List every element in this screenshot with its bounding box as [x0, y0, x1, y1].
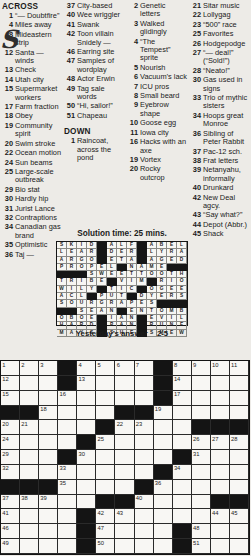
cell-number: 7 [136, 362, 139, 368]
grid-cell[interactable] [154, 509, 173, 524]
grid-cell[interactable] [211, 450, 230, 465]
grid-cell[interactable] [115, 376, 134, 391]
grid-cell[interactable] [173, 406, 192, 421]
clue-text: Hodge­podge [203, 39, 245, 48]
solution-cell: L [107, 264, 117, 271]
clue-text: Super­market workers [15, 84, 57, 101]
grid-cell[interactable]: 12 [1, 376, 20, 391]
clue-number: 36 [190, 130, 201, 138]
solution-black-cell [97, 315, 107, 322]
solution-cell: L [177, 315, 187, 322]
grid-cell[interactable] [173, 495, 192, 510]
black-cell [211, 495, 230, 510]
grid-cell[interactable] [230, 539, 249, 554]
grid-cell[interactable] [58, 539, 77, 554]
grid-cell[interactable]: 29 [1, 450, 20, 465]
cell-number: 42 [98, 510, 104, 516]
grid-cell[interactable]: 5 [96, 361, 115, 376]
grid-cell[interactable] [173, 435, 192, 450]
solution-cell: M [57, 330, 67, 337]
grid-cell[interactable] [192, 495, 211, 510]
solution-cell: G [77, 257, 87, 264]
black-cell [135, 480, 154, 495]
grid-cell[interactable] [39, 435, 58, 450]
black-cell [1, 406, 20, 421]
clue-text: “— deal!” (“Sold!”) [203, 48, 233, 65]
solution-cell: N [137, 308, 147, 315]
grid-cell[interactable]: 50 [96, 539, 115, 554]
clue-number: 33 [190, 94, 201, 102]
grid-cell[interactable]: 27 [211, 435, 230, 450]
clue-number: 26 [190, 40, 201, 48]
clue-number: 18 [2, 112, 13, 120]
clue-number: 30 [2, 195, 13, 203]
black-cell [173, 539, 192, 554]
clue-text: Pac-12 sch. [203, 147, 242, 156]
cell-number: 38 [21, 495, 27, 501]
grid-cell[interactable]: 7 [135, 361, 154, 376]
clue-text: Vacuum’s lack [140, 72, 187, 81]
black-cell [96, 495, 115, 510]
grid-cell[interactable] [96, 480, 115, 495]
clue-down-19: 19Vortex [127, 156, 187, 164]
solution-cell: D [87, 242, 97, 249]
cell-number: 49 [2, 540, 8, 546]
grid-cell[interactable]: 28 [230, 435, 249, 450]
grid-cell[interactable]: 6 [115, 361, 134, 376]
grid-cell[interactable]: 48 [192, 524, 211, 539]
clue-text: Hacks with an axe [140, 137, 186, 154]
grid-cell[interactable]: 4 [77, 361, 96, 376]
cell-number: 2 [21, 362, 24, 368]
solution-cell: S [147, 330, 157, 337]
clue-down-43: 43“Say what?” [190, 211, 250, 219]
grid-cell[interactable] [135, 450, 154, 465]
grid-cell[interactable] [96, 465, 115, 480]
grid-cell[interactable]: 42 [96, 509, 115, 524]
grid-cell[interactable] [230, 480, 249, 495]
solution-cell: A [137, 264, 147, 271]
clue-across-48: 48Actor Erwin [64, 75, 124, 83]
grid-cell[interactable] [77, 480, 96, 495]
black-cell [1, 480, 20, 495]
handwritten-mark: S [0, 27, 18, 52]
solution-black-cell [167, 300, 177, 307]
grid-cell[interactable] [77, 420, 96, 435]
solution-cell: E [157, 293, 167, 300]
clue-number: 42 [64, 30, 75, 38]
grid-cell[interactable] [173, 480, 192, 495]
grid-cell[interactable]: 39 [39, 495, 58, 510]
grid-cell[interactable] [211, 465, 230, 480]
clue-down-45: 45Shack [190, 230, 250, 238]
cell-number: 30 [78, 451, 84, 457]
grid-cell[interactable] [115, 539, 134, 554]
solution-cell: O [147, 271, 157, 278]
solution-cell: R [67, 278, 77, 285]
solution-cell: A [147, 257, 157, 264]
clue-down-39: 39Netan­yahu, informally [190, 166, 250, 183]
grid-cell[interactable]: 47 [96, 524, 115, 539]
clue-number: 20 [2, 140, 13, 148]
clue-across-30: 30Hardly hip [2, 195, 61, 203]
solution-cell: T [117, 257, 127, 264]
grid-cell[interactable]: 51 [192, 539, 211, 554]
grid-cell[interactable] [20, 391, 39, 406]
grid-cell[interactable] [20, 524, 39, 539]
grid-cell[interactable] [20, 435, 39, 450]
cell-number: 50 [98, 540, 104, 546]
grid-cell[interactable] [115, 435, 134, 450]
grid-cell[interactable]: 23 [135, 420, 154, 435]
solution-cell: O [157, 308, 167, 315]
clue-text: Goose egg [140, 118, 176, 127]
solution-cell: A [57, 257, 67, 264]
clue-number: 25 [2, 168, 13, 176]
grid-cell[interactable] [39, 376, 58, 391]
clue-text: Check [15, 65, 36, 74]
grid-cell[interactable]: 36 [154, 480, 173, 495]
cell-number: 9 [193, 362, 196, 368]
grid-cell[interactable] [135, 435, 154, 450]
cell-number: 1 [2, 362, 5, 368]
solution-cell: Y [147, 293, 157, 300]
solution-black-cell [147, 278, 157, 285]
solution-cell: T [107, 286, 117, 293]
grid-cell[interactable]: 9 [192, 361, 211, 376]
solution-cell: E [107, 271, 117, 278]
solution-time-label: Solution time: 25 mins. [52, 229, 192, 238]
solution-cell: W [97, 271, 107, 278]
grid-cell[interactable]: 15 [1, 391, 20, 406]
grid-cell[interactable] [20, 539, 39, 554]
grid-cell[interactable] [211, 480, 230, 495]
grid-cell[interactable] [192, 391, 211, 406]
clue-number: 19 [127, 156, 138, 164]
clue-text: Optimistic [15, 240, 47, 249]
grid-cell[interactable] [96, 406, 115, 421]
solution-cell: S [147, 300, 157, 307]
solution-cell: T [127, 271, 137, 278]
solution-cell: L [77, 293, 87, 300]
grid-cell[interactable]: 19 [154, 406, 173, 421]
grid-cell[interactable] [230, 450, 249, 465]
clue-across-1: 1“— Doubtfire” [2, 12, 61, 20]
clue-across-31: 31Jurist Lance [2, 205, 61, 213]
grid-cell[interactable] [96, 450, 115, 465]
grid-cell[interactable] [39, 450, 58, 465]
clue-down-20: 20Rocky outcrop [127, 165, 187, 182]
grid-cell[interactable]: 49 [1, 539, 20, 554]
cell-number: 44 [212, 510, 218, 516]
solution-cell: E [167, 242, 177, 249]
grid-cell[interactable] [192, 509, 211, 524]
solution-cell: O [147, 286, 157, 293]
grid-cell[interactable] [211, 524, 230, 539]
grid-cell[interactable]: 25 [96, 435, 115, 450]
grid-cell[interactable] [115, 450, 134, 465]
grid-cell[interactable] [115, 465, 134, 480]
grid-cell[interactable] [96, 391, 115, 406]
grid-cell[interactable] [77, 495, 96, 510]
grid-cell[interactable] [173, 420, 192, 435]
cell-number: 5 [98, 362, 101, 368]
grid-cell[interactable] [211, 539, 230, 554]
clue-text: “Hi, sailor!” [77, 101, 113, 110]
grid-cell[interactable]: 2 [20, 361, 39, 376]
clue-text: “500” race [203, 20, 237, 29]
solution-cell: A [97, 308, 107, 315]
solution-cell: S [77, 308, 87, 315]
grid-cell[interactable] [135, 509, 154, 524]
grid-cell[interactable]: 43 [115, 509, 134, 524]
clue-number: 22 [190, 11, 201, 19]
solution-cell: S [57, 242, 67, 249]
grid-cell[interactable] [135, 465, 154, 480]
solution-cell: I [67, 286, 77, 293]
grid-cell[interactable] [211, 406, 230, 421]
black-cell [96, 420, 115, 435]
clue-across-41: 41Swank [64, 21, 124, 29]
solution-black-cell [107, 278, 117, 285]
grid-cell[interactable] [230, 376, 249, 391]
grid-cell[interactable]: 10 [211, 361, 230, 376]
crossword-page: S ACROSS 1“— Doubtfire”4Miles away8Midea… [0, 0, 251, 556]
solution-cell: E [167, 257, 177, 264]
solution-cell: I [127, 278, 137, 285]
grid-cell[interactable] [115, 480, 134, 495]
solution-cell: O [157, 271, 167, 278]
clue-text: Frat letters [203, 156, 238, 165]
grid-cell[interactable] [154, 420, 173, 435]
black-cell [58, 376, 77, 391]
solution-cell: W [177, 330, 187, 337]
grid-cell[interactable] [58, 435, 77, 450]
grid-cell[interactable] [77, 465, 96, 480]
clue-down-9: 9Eyebrow shape [127, 101, 187, 118]
grid-cell[interactable]: 38 [20, 495, 39, 510]
clue-down-7: 7ICU pros [127, 83, 187, 91]
clue-across-46: 46Earring site [64, 48, 124, 56]
clue-down-6: 6Vacuum’s lack [127, 73, 187, 81]
clue-down-23: 23“500” race [190, 21, 250, 29]
clue-text: “Neato!” [203, 66, 230, 75]
clue-number: 5 [127, 64, 138, 72]
grid-cell[interactable] [58, 524, 77, 539]
down-clues-part1: 1Raincoat, across the pond [64, 137, 124, 162]
clue-down-11: 11Iowa city [127, 129, 187, 137]
grid-cell[interactable] [230, 406, 249, 421]
clue-text: Farm fraction [15, 102, 59, 111]
solution-cell: H [57, 322, 67, 329]
grid-cell[interactable]: 41 [1, 509, 20, 524]
grid-cell[interactable] [39, 509, 58, 524]
clue-across-14: 14Utah city [2, 76, 61, 84]
grid-cell[interactable] [77, 406, 96, 421]
grid-cell[interactable]: 34 [173, 465, 192, 480]
clue-text: Toon villain Snidely — [77, 29, 114, 46]
clue-down-16: 16Hacks with an axe [127, 138, 187, 155]
clue-text: Netan­yahu, informally [203, 165, 241, 182]
grid-cell[interactable] [77, 391, 96, 406]
grid-cell[interactable] [20, 509, 39, 524]
cell-number: 33 [59, 465, 65, 471]
grid-cell[interactable] [135, 391, 154, 406]
solution-cell: P [87, 264, 97, 271]
grid-cell[interactable] [20, 465, 39, 480]
grid-cell[interactable] [230, 391, 249, 406]
clue-down-33: 33Trio of mythic sisters [190, 94, 250, 111]
grid-cell[interactable] [20, 376, 39, 391]
solution-black-cell [97, 242, 107, 249]
clue-text: Ocean motion [15, 148, 61, 157]
grid-cell[interactable] [115, 524, 134, 539]
grid-cell[interactable] [154, 450, 173, 465]
clue-text: “— Doubtfire” [15, 11, 59, 20]
cell-number: 20 [2, 421, 8, 427]
clue-number: 19 [2, 122, 13, 130]
solution-cell: R [167, 293, 177, 300]
yesterday-answer-grid: SKIDALFABELLEARDERLYRAARGOETAAGEDPROPELN… [56, 241, 188, 326]
solution-cell: T [167, 271, 177, 278]
grid-cell[interactable]: 8 [173, 361, 192, 376]
grid-cell[interactable] [135, 539, 154, 554]
solution-black-cell [117, 264, 127, 271]
black-cell [58, 361, 77, 376]
grid-cell[interactable]: 33 [58, 465, 77, 480]
grid-cell[interactable] [135, 524, 154, 539]
solution-cell: D [177, 257, 187, 264]
solution-black-cell [137, 249, 147, 256]
grid-cell[interactable] [211, 391, 230, 406]
solution-cell: R [107, 300, 117, 307]
grid-cell[interactable] [154, 539, 173, 554]
grid-cell[interactable]: 21 [20, 420, 39, 435]
clue-text: Bio stat [15, 185, 40, 194]
grid-cell[interactable]: 35 [58, 480, 77, 495]
grid-cell[interactable]: 46 [1, 524, 20, 539]
solution-cell: L [57, 249, 67, 256]
grid-cell[interactable] [192, 480, 211, 495]
solution-cell: R [87, 300, 97, 307]
clue-text: “Say what?” [203, 210, 242, 219]
solution-black-cell [67, 271, 77, 278]
grid-cell[interactable]: 45 [230, 509, 249, 524]
grid-cell[interactable]: 11 [230, 361, 249, 376]
grid-cell[interactable] [135, 376, 154, 391]
grid-cell[interactable]: 31 [192, 450, 211, 465]
grid-cell[interactable] [39, 524, 58, 539]
grid-cell[interactable] [154, 495, 173, 510]
solution-cell: R [67, 264, 77, 271]
grid-cell[interactable] [115, 391, 134, 406]
solution-cell: M [167, 308, 177, 315]
grid-cell[interactable]: 32 [1, 465, 20, 480]
grid-cell[interactable]: 37 [1, 495, 20, 510]
grid-cell[interactable] [230, 524, 249, 539]
across-clues-part2: 37City-based40Wee wriggler41Swank42Toon … [64, 2, 124, 120]
clue-number: 1 [64, 137, 75, 145]
grid-cell[interactable]: 22 [115, 420, 134, 435]
grid-cell[interactable]: 1 [1, 361, 20, 376]
grid-cell[interactable]: 44 [211, 509, 230, 524]
clue-number: 37 [64, 2, 75, 10]
clue-text: Taj — [15, 250, 34, 259]
clue-number: 3 [127, 20, 138, 28]
grid-cell[interactable] [173, 509, 192, 524]
clue-text: Small beard [140, 91, 179, 100]
grid-cell[interactable] [39, 420, 58, 435]
solution-cell: U [77, 300, 87, 307]
clue-number: 9 [127, 101, 138, 109]
solution-cell: O [57, 315, 67, 322]
grid-cell[interactable] [39, 465, 58, 480]
clue-number: 16 [127, 138, 138, 146]
clue-down-3: 3Walked glidingly [127, 20, 187, 37]
cell-number: 40 [136, 495, 142, 501]
grid-cell[interactable] [211, 376, 230, 391]
grid-cell[interactable] [154, 435, 173, 450]
grid-cell[interactable]: 24 [1, 435, 20, 450]
grid-cell[interactable] [58, 495, 77, 510]
clue-across-29: 29Bio stat [2, 186, 61, 194]
clue-number: 29 [2, 186, 13, 194]
clue-text: Wee wriggler [77, 10, 120, 19]
grid-cell[interactable]: 40 [135, 495, 154, 510]
solution-cell: L [117, 242, 127, 249]
clue-number: 28 [190, 67, 201, 75]
grid-cell[interactable]: 3 [39, 361, 58, 376]
grid-cell[interactable] [154, 524, 173, 539]
clue-text: ICU pros [140, 82, 169, 91]
grid-cell[interactable]: 26 [192, 435, 211, 450]
solution-black-cell [137, 286, 147, 293]
grid-cell[interactable] [192, 406, 211, 421]
grid-cell[interactable] [58, 509, 77, 524]
cell-number: 10 [212, 362, 218, 368]
clue-text: Depot (Abbr.) [203, 220, 247, 229]
grid-cell[interactable] [192, 376, 211, 391]
grid-cell[interactable]: 13 [77, 376, 96, 391]
solution-black-cell [127, 293, 137, 300]
clue-column-4: 21Sitar music22Lollygag23“500” race25Fav… [190, 2, 250, 240]
grid-cell[interactable] [96, 376, 115, 391]
clue-across-42: 42Toon villain Snidely — [64, 30, 124, 47]
grid-cell[interactable] [39, 539, 58, 554]
solution-cell: R [167, 249, 177, 256]
grid-cell[interactable] [230, 465, 249, 480]
solution-black-cell [57, 271, 67, 278]
clue-text: Vortex [140, 155, 161, 164]
grid-cell[interactable] [58, 420, 77, 435]
grid-cell[interactable]: 30 [77, 450, 96, 465]
solution-cell: C [67, 293, 77, 300]
grid-cell[interactable] [58, 406, 77, 421]
clue-down-27: 27“— deal!” (“Sold!”) [190, 49, 250, 66]
grid-cell[interactable] [20, 450, 39, 465]
grid-cell[interactable] [192, 465, 211, 480]
grid-cell[interactable]: 16 [58, 391, 77, 406]
clue-text: Santa — winds [15, 48, 44, 65]
solution-cell: N [127, 264, 137, 271]
grid-cell[interactable]: 18 [39, 406, 58, 421]
clue-number: 49 [64, 85, 75, 93]
grid-cell[interactable]: 17 [173, 391, 192, 406]
grid-cell[interactable]: 14 [173, 376, 192, 391]
clue-across-22: 22Ocean motion [2, 149, 61, 157]
grid-cell[interactable] [39, 391, 58, 406]
grid-cell[interactable]: 20 [1, 420, 20, 435]
